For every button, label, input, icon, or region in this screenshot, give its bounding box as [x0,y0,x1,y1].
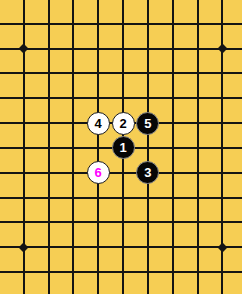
white-stone-move-4: 4 [87,112,110,135]
stone-move-number: 6 [95,166,102,179]
black-stone-move-3: 3 [136,161,159,184]
grid-line-horizontal [0,221,242,223]
grid-line-horizontal [0,246,242,248]
grid-line-horizontal [0,172,242,174]
white-stone-move-2: 2 [112,112,135,135]
black-stone-move-1: 1 [112,136,135,159]
star-point [19,44,29,54]
stone-move-number: 3 [144,166,151,179]
star-point [19,242,29,252]
renju-board: 123456 [0,0,242,294]
grid-line-vertical [172,0,174,294]
grid-line-horizontal [0,23,242,25]
grid-line-horizontal [0,271,242,273]
white-stone-move-6: 6 [87,161,110,184]
grid-line-horizontal [0,72,242,74]
grid-line-horizontal [0,97,242,99]
stone-move-number: 4 [95,117,102,130]
black-stone-move-5: 5 [136,112,159,135]
renju-board-viewport[interactable]: 123456 [0,0,242,294]
stone-move-number: 1 [119,141,126,154]
grid-line-horizontal [0,48,242,50]
grid-line-vertical [147,0,149,294]
grid-line-vertical [197,0,199,294]
star-point [218,242,228,252]
grid-line-horizontal [0,197,242,199]
star-point [218,44,228,54]
stone-move-number: 5 [144,117,151,130]
stone-move-number: 2 [119,117,126,130]
